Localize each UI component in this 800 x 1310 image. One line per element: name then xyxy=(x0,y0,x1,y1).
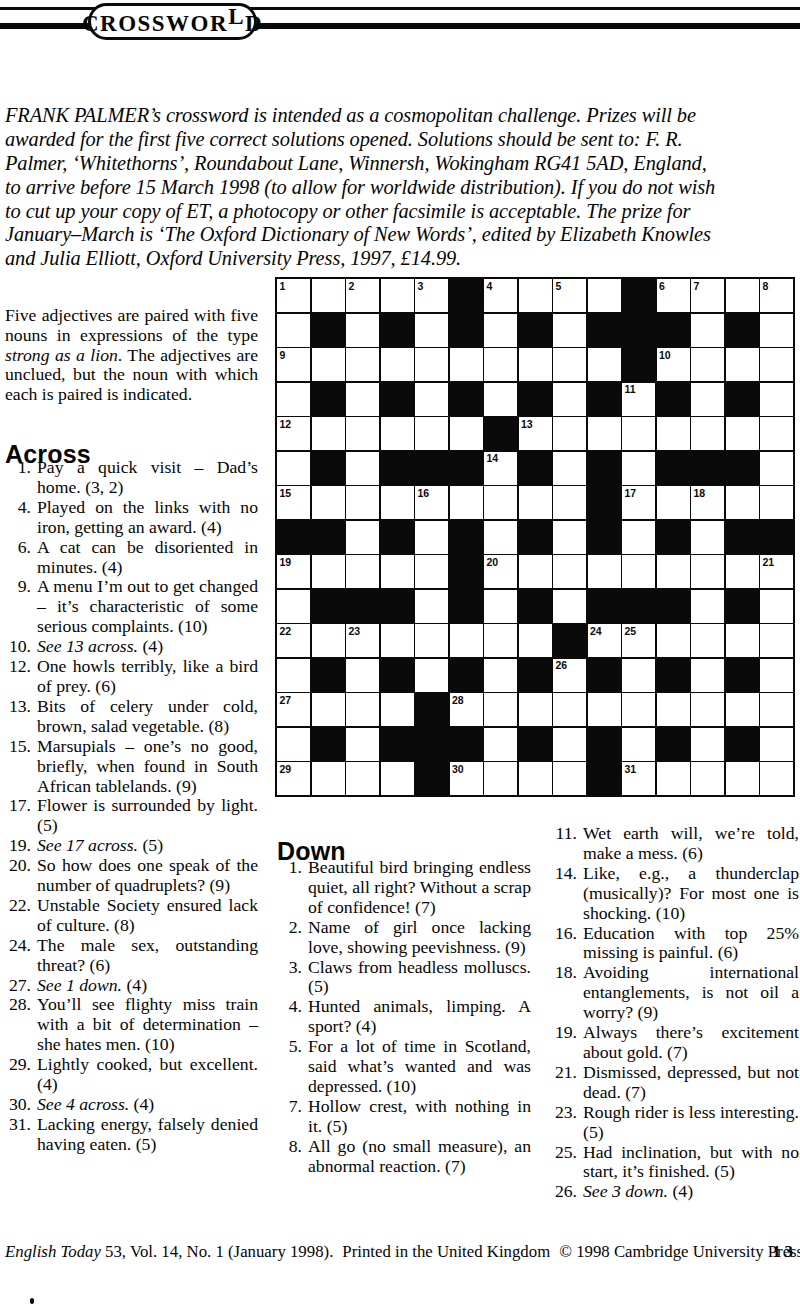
clue-number: 21. xyxy=(549,1063,577,1083)
grid-cell-r3c15[interactable] xyxy=(760,348,793,381)
cell-number: 23 xyxy=(349,626,361,637)
grid-cell-r8c7[interactable] xyxy=(484,521,517,554)
clue-text: For a lot of time in Scotland, said what… xyxy=(277,1037,531,1097)
grid-cell-r3c13[interactable] xyxy=(691,348,724,381)
grid-cell-r14c5 xyxy=(415,728,448,761)
clue-text: Name of girl once lacking love, showing … xyxy=(277,918,531,958)
grid-cell-r11c8[interactable] xyxy=(519,624,552,657)
clue-number: 7. xyxy=(277,1097,302,1117)
grid-cell-r7c11[interactable]: 17 xyxy=(622,486,655,519)
grid-cell-r10c14 xyxy=(726,590,759,623)
clue-text: Pay a quick visit – Dad’s home. (3, 2) xyxy=(5,458,258,498)
grid-cell-r1c3[interactable]: 2 xyxy=(346,279,379,312)
grid-cell-r5c9[interactable] xyxy=(553,417,586,450)
grid-cell-r15c13[interactable] xyxy=(691,762,724,795)
grid-cell-r13c10[interactable] xyxy=(588,693,621,726)
grid-cell-r10c9[interactable] xyxy=(553,590,586,623)
grid-cell-r4c9[interactable] xyxy=(553,383,586,416)
cell-number: 19 xyxy=(280,557,292,568)
grid-cell-r3c6[interactable] xyxy=(450,348,483,381)
grid-cell-r9c5[interactable] xyxy=(415,555,448,588)
grid-cell-r3c7[interactable] xyxy=(484,348,517,381)
footer-volume-info: 53, Vol. 14, No. 1 (January 1998). xyxy=(101,1242,333,1261)
grid-cell-r3c3[interactable] xyxy=(346,348,379,381)
cell-number: 26 xyxy=(556,660,568,671)
grid-cell-r4c11[interactable]: 11 xyxy=(622,383,655,416)
grid-cell-r14c13[interactable] xyxy=(691,728,724,761)
clue-text: All go (no small measure), an abnormal r… xyxy=(277,1137,531,1177)
grid-cell-r11c2[interactable] xyxy=(312,624,345,657)
grid-cell-r12c12 xyxy=(657,659,690,692)
grid-cell-r12c4 xyxy=(381,659,414,692)
grid-cell-r13c1[interactable]: 27 xyxy=(277,693,310,726)
grid-cell-r14c15[interactable] xyxy=(760,728,793,761)
grid-cell-r6c12 xyxy=(657,452,690,485)
grid-cell-r4c10 xyxy=(588,383,621,416)
grid-cell-r11c5[interactable] xyxy=(415,624,448,657)
cell-number: 14 xyxy=(487,453,499,464)
clue-number: 18. xyxy=(549,963,577,983)
cell-number: 8 xyxy=(763,281,769,292)
down-clue-25: 25.Had inclination, but with no start, i… xyxy=(549,1143,799,1183)
down-clue-3: 3.Claws from headless mol­luscs. (5) xyxy=(277,958,531,998)
grid-cell-r7c12[interactable] xyxy=(657,486,690,519)
grid-cell-r10c12 xyxy=(657,590,690,623)
grid-cell-r9c7[interactable]: 20 xyxy=(484,555,517,588)
title-raised-letter: L xyxy=(228,4,245,29)
cell-number: 5 xyxy=(556,281,562,292)
grid-cell-r13c9[interactable] xyxy=(553,693,586,726)
grid-cell-r6c5 xyxy=(415,452,448,485)
clue-text: Claws from headless mol­luscs. (5) xyxy=(277,958,531,998)
grid-cell-r15c6[interactable]: 30 xyxy=(450,762,483,795)
grid-cell-r8c4 xyxy=(381,521,414,554)
grid-cell-r8c11[interactable] xyxy=(622,521,655,554)
grid-cell-r15c12[interactable] xyxy=(657,762,690,795)
across-clue-20: 20.So how does one speak of the number o… xyxy=(5,856,258,896)
note-italic-phrase: strong as a lion xyxy=(5,345,118,365)
down-clue-14: 14.Like, e.g., a thunderclap (musically)… xyxy=(549,864,799,924)
grid-cell-r1c9[interactable]: 5 xyxy=(553,279,586,312)
cell-number: 27 xyxy=(280,695,292,706)
cell-number: 2 xyxy=(349,281,355,292)
grid-cell-r10c15[interactable] xyxy=(760,590,793,623)
cell-number: 3 xyxy=(418,281,424,292)
grid-cell-r9c14[interactable] xyxy=(726,555,759,588)
grid-cell-r6c11[interactable] xyxy=(622,452,655,485)
cell-number: 9 xyxy=(280,350,286,361)
cell-number: 25 xyxy=(625,626,637,637)
down-clue-11: 11.Wet earth will, we’re told, make a me… xyxy=(549,824,799,864)
grid-cell-r13c15[interactable] xyxy=(760,693,793,726)
clue-number: 3. xyxy=(277,958,302,978)
grid-cell-r15c9[interactable] xyxy=(553,762,586,795)
grid-cell-r2c9[interactable] xyxy=(553,314,586,347)
grid-cell-r10c1[interactable] xyxy=(277,590,310,623)
clue-number: 19. xyxy=(549,1023,577,1043)
clue-text: See 13 across. (4) xyxy=(5,637,258,657)
clue-number: 12. xyxy=(5,657,31,677)
grid-cell-r2c12 xyxy=(657,314,690,347)
grid-cell-r12c1[interactable] xyxy=(277,659,310,692)
grid-cell-r5c10[interactable] xyxy=(588,417,621,450)
clue-text: The male sex, outstanding threat? (6) xyxy=(5,936,258,976)
grid-cell-r4c13[interactable] xyxy=(691,383,724,416)
grid-cell-r1c5[interactable]: 3 xyxy=(415,279,448,312)
grid-cell-r7c1[interactable]: 15 xyxy=(277,486,310,519)
grid-cell-r4c2 xyxy=(312,383,345,416)
grid-cell-r12c13[interactable] xyxy=(691,659,724,692)
grid-cell-r12c9[interactable]: 26 xyxy=(553,659,586,692)
grid-cell-r6c7[interactable]: 14 xyxy=(484,452,517,485)
grid-cell-r10c7[interactable] xyxy=(484,590,517,623)
grid-cell-r15c7[interactable] xyxy=(484,762,517,795)
grid-cell-r5c2[interactable] xyxy=(312,417,345,450)
grid-cell-r4c7[interactable] xyxy=(484,383,517,416)
grid-cell-r15c8[interactable] xyxy=(519,762,552,795)
across-clue-27: 27.See 1 down. (4) xyxy=(5,976,258,996)
grid-cell-r7c3[interactable] xyxy=(346,486,379,519)
grid-cell-r14c9[interactable] xyxy=(553,728,586,761)
grid-cell-r11c15[interactable] xyxy=(760,624,793,657)
clue-number: 1. xyxy=(5,458,31,478)
crossword-grid: 1234567891011121314151617181920212223242… xyxy=(275,277,795,797)
cell-number: 7 xyxy=(694,281,700,292)
clue-number: 17. xyxy=(5,796,31,816)
grid-cell-r3c9[interactable] xyxy=(553,348,586,381)
grid-cell-r15c4[interactable] xyxy=(381,762,414,795)
grid-cell-r11c13[interactable] xyxy=(691,624,724,657)
across-clue-list: 1.Pay a quick visit – Dad’s home. (3, 2)… xyxy=(5,458,258,1155)
grid-cell-r7c14[interactable] xyxy=(726,486,759,519)
grid-cell-r5c4[interactable] xyxy=(381,417,414,450)
grid-cell-r12c11[interactable] xyxy=(622,659,655,692)
grid-cell-r10c13[interactable] xyxy=(691,590,724,623)
clue-text: A cat can be disoriented in minutes. (4) xyxy=(5,538,258,578)
grid-cell-r2c15[interactable] xyxy=(760,314,793,347)
intro-paragraph: FRANK PALMER’s crossword is intended as … xyxy=(5,104,717,271)
grid-cell-r1c7[interactable]: 4 xyxy=(484,279,517,312)
grid-cell-r12c6 xyxy=(450,659,483,692)
grid-cell-r9c8[interactable] xyxy=(519,555,552,588)
grid-cell-r9c3[interactable] xyxy=(346,555,379,588)
clue-text: See 17 across. (5) xyxy=(5,836,258,856)
grid-cell-r5c11[interactable] xyxy=(622,417,655,450)
across-clue-17: 17.Flower is surrounded by light. (5) xyxy=(5,796,258,836)
title-segment: D xyxy=(245,11,263,36)
clue-text: So how does one speak of the number of q… xyxy=(5,856,258,896)
grid-cell-r12c3[interactable] xyxy=(346,659,379,692)
clue-text: Played on the links with no iron, gettin… xyxy=(5,498,258,538)
grid-cell-r13c11[interactable] xyxy=(622,693,655,726)
scan-artifact-dot xyxy=(30,1298,34,1304)
page-number: 13 xyxy=(772,1241,797,1262)
grid-cell-r3c1[interactable]: 9 xyxy=(277,348,310,381)
across-clue-28: 28.You’ll see flighty miss train with a … xyxy=(5,995,258,1055)
grid-cell-r12c7[interactable] xyxy=(484,659,517,692)
grid-cell-r8c5[interactable] xyxy=(415,521,448,554)
across-clue-29: 29.Lightly cooked, but excel­lent. (4) xyxy=(5,1055,258,1095)
grid-cell-r6c9[interactable] xyxy=(553,452,586,485)
grid-cell-r14c3[interactable] xyxy=(346,728,379,761)
clue-number: 31. xyxy=(5,1115,31,1135)
grid-cell-r14c1[interactable] xyxy=(277,728,310,761)
grid-cell-r4c1[interactable] xyxy=(277,383,310,416)
clue-number: 26. xyxy=(549,1182,577,1202)
journal-title: English Today xyxy=(5,1242,101,1261)
across-clue-30: 30.See 4 across. (4) xyxy=(5,1095,258,1115)
grid-cell-r11c12[interactable] xyxy=(657,624,690,657)
grid-cell-r12c15[interactable] xyxy=(760,659,793,692)
grid-cell-r2c13[interactable] xyxy=(691,314,724,347)
grid-cell-r6c1[interactable] xyxy=(277,452,310,485)
cell-number: 28 xyxy=(452,695,464,706)
grid-cell-r5c5[interactable] xyxy=(415,417,448,450)
grid-cell-r5c7 xyxy=(484,417,517,450)
grid-cell-r13c4[interactable] xyxy=(381,693,414,726)
grid-cell-r9c15[interactable]: 21 xyxy=(760,555,793,588)
grid-cell-r9c9[interactable] xyxy=(553,555,586,588)
grid-cell-r4c4 xyxy=(381,383,414,416)
clue-number: 2. xyxy=(277,918,302,938)
grid-cell-r3c12[interactable]: 10 xyxy=(657,348,690,381)
cell-number: 13 xyxy=(521,419,533,430)
grid-cell-r13c6[interactable]: 28 xyxy=(450,693,483,726)
clue-number: 28. xyxy=(5,995,31,1015)
grid-cell-r8c3[interactable] xyxy=(346,521,379,554)
cell-number: 24 xyxy=(590,626,602,637)
grid-cell-r4c15[interactable] xyxy=(760,383,793,416)
grid-cell-r12c8 xyxy=(519,659,552,692)
cell-number: 4 xyxy=(487,281,493,292)
grid-cell-r2c14 xyxy=(726,314,759,347)
grid-cell-r13c12[interactable] xyxy=(657,693,690,726)
grid-cell-r11c7[interactable] xyxy=(484,624,517,657)
grid-cell-r14c8 xyxy=(519,728,552,761)
grid-cell-r1c1[interactable]: 1 xyxy=(277,279,310,312)
grid-cell-r3c8[interactable] xyxy=(519,348,552,381)
grid-cell-r15c15[interactable] xyxy=(760,762,793,795)
grid-cell-r1c10[interactable] xyxy=(588,279,621,312)
grid-cell-r7c6[interactable] xyxy=(450,486,483,519)
down-clue-26: 26.See 3 down. (4) xyxy=(549,1182,799,1202)
clue-number: 8. xyxy=(277,1137,302,1157)
grid-cell-r5c1[interactable]: 12 xyxy=(277,417,310,450)
grid-cell-r1c14[interactable] xyxy=(726,279,759,312)
grid-cell-r6c3[interactable] xyxy=(346,452,379,485)
clue-number: 4. xyxy=(5,498,31,518)
grid-cell-r11c1[interactable]: 22 xyxy=(277,624,310,657)
grid-cell-r13c13[interactable] xyxy=(691,693,724,726)
grid-cell-r7c15[interactable] xyxy=(760,486,793,519)
grid-cell-r7c2[interactable] xyxy=(312,486,345,519)
grid-cell-r5c15[interactable] xyxy=(760,417,793,450)
down-clue-23: 23.Rough rider is less interest­ing. (5) xyxy=(549,1103,799,1143)
down-clue-21: 21.Dismissed, depressed, but not dead. (… xyxy=(549,1063,799,1103)
grid-cell-r14c7[interactable] xyxy=(484,728,517,761)
clue-number: 13. xyxy=(5,697,31,717)
grid-cell-r5c8[interactable]: 13 xyxy=(519,417,552,450)
grid-cell-r9c10[interactable] xyxy=(588,555,621,588)
grid-cell-r9c1[interactable]: 19 xyxy=(277,555,310,588)
grid-cell-r11c10[interactable]: 24 xyxy=(588,624,621,657)
clue-text: Unstable Society ensured lack of culture… xyxy=(5,896,258,936)
grid-cell-r3c2[interactable] xyxy=(312,348,345,381)
grid-cell-r9c11[interactable] xyxy=(622,555,655,588)
across-clue-1: 1.Pay a quick visit – Dad’s home. (3, 2) xyxy=(5,458,258,498)
across-clue-19: 19.See 17 across. (5) xyxy=(5,836,258,856)
grid-cell-r1c12[interactable]: 6 xyxy=(657,279,690,312)
grid-cell-r10c11 xyxy=(622,590,655,623)
grid-cell-r5c14[interactable] xyxy=(726,417,759,450)
clue-text: Hunted animals, limping. A sport? (4) xyxy=(277,997,531,1037)
grid-cell-r9c12[interactable] xyxy=(657,555,690,588)
down-clue-18: 18.Avoiding international entanglements,… xyxy=(549,963,799,1023)
grid-cell-r5c3[interactable] xyxy=(346,417,379,450)
grid-cell-r13c8[interactable] xyxy=(519,693,552,726)
grid-cell-r9c13[interactable] xyxy=(691,555,724,588)
grid-cell-r15c14[interactable] xyxy=(726,762,759,795)
pairing-note: Five adjectives are paired with five nou… xyxy=(5,306,258,406)
grid-cell-r15c3[interactable] xyxy=(346,762,379,795)
grid-cell-r14c11[interactable] xyxy=(622,728,655,761)
page-footer: English Today 53, Vol. 14, No. 1 (Januar… xyxy=(5,1241,795,1262)
down-clue-4: 4.Hunted animals, limping. A sport? (4) xyxy=(277,997,531,1037)
grid-cell-r14c12 xyxy=(657,728,690,761)
grid-cell-r3c14[interactable] xyxy=(726,348,759,381)
grid-cell-r11c14[interactable] xyxy=(726,624,759,657)
grid-cell-r14c4 xyxy=(381,728,414,761)
page-title: CROSSWORLD xyxy=(82,9,263,35)
grid-cell-r2c3[interactable] xyxy=(346,314,379,347)
cell-number: 16 xyxy=(418,488,430,499)
grid-cell-r6c15[interactable] xyxy=(760,452,793,485)
grid-cell-r15c1[interactable]: 29 xyxy=(277,762,310,795)
down-clue-1: 1.Beautiful bird bringing end­less quiet… xyxy=(277,858,531,918)
grid-cell-r6c14 xyxy=(726,452,759,485)
clue-text: See 3 down. (4) xyxy=(549,1182,799,1202)
grid-cell-r13c5 xyxy=(415,693,448,726)
grid-cell-r9c4[interactable] xyxy=(381,555,414,588)
grid-cell-r11c3[interactable]: 23 xyxy=(346,624,379,657)
grid-cell-r11c4[interactable] xyxy=(381,624,414,657)
grid-cell-r13c2[interactable] xyxy=(312,693,345,726)
clue-text: Hollow crest, with nothing in it. (5) xyxy=(277,1097,531,1137)
grid-cell-r4c5[interactable] xyxy=(415,383,448,416)
across-clue-9: 9.A menu I’m out to get changed – it’s c… xyxy=(5,577,258,637)
grid-cell-r2c5[interactable] xyxy=(415,314,448,347)
clue-number: 24. xyxy=(5,936,31,956)
grid-cell-r10c5[interactable] xyxy=(415,590,448,623)
grid-cell-r7c7[interactable] xyxy=(484,486,517,519)
grid-cell-r5c6[interactable] xyxy=(450,417,483,450)
clue-number: 9. xyxy=(5,577,31,597)
grid-cell-r12c14 xyxy=(726,659,759,692)
grid-cell-r7c9[interactable] xyxy=(553,486,586,519)
clue-number: 6. xyxy=(5,538,31,558)
grid-cell-r1c13[interactable]: 7 xyxy=(691,279,724,312)
grid-cell-r1c6 xyxy=(450,279,483,312)
grid-cell-r3c5[interactable] xyxy=(415,348,448,381)
grid-cell-r6c2 xyxy=(312,452,345,485)
grid-cell-r15c10 xyxy=(588,762,621,795)
grid-cell-r2c1[interactable] xyxy=(277,314,310,347)
cell-number: 29 xyxy=(280,764,292,775)
clue-text: Lightly cooked, but excel­lent. (4) xyxy=(5,1055,258,1095)
grid-cell-r15c11[interactable]: 31 xyxy=(622,762,655,795)
grid-cell-r8c9[interactable] xyxy=(553,521,586,554)
cell-number: 21 xyxy=(763,557,775,568)
grid-cell-r8c12 xyxy=(657,521,690,554)
grid-cell-r4c3[interactable] xyxy=(346,383,379,416)
grid-cell-r2c2 xyxy=(312,314,345,347)
clue-text: Education with top 25% missing is painfu… xyxy=(549,924,799,964)
grid-cell-r12c10 xyxy=(588,659,621,692)
across-clue-13: 13.Bits of celery under cold, brown, sal… xyxy=(5,697,258,737)
grid-cell-r7c13[interactable]: 18 xyxy=(691,486,724,519)
cell-number: 18 xyxy=(694,488,706,499)
grid-cell-r1c15[interactable]: 8 xyxy=(760,279,793,312)
grid-cell-r11c11[interactable]: 25 xyxy=(622,624,655,657)
cell-number: 6 xyxy=(659,281,665,292)
grid-cell-r2c7[interactable] xyxy=(484,314,517,347)
grid-cell-r2c11 xyxy=(622,314,655,347)
grid-cell-r5c13[interactable] xyxy=(691,417,724,450)
grid-cell-r14c14 xyxy=(726,728,759,761)
grid-cell-r13c14[interactable] xyxy=(726,693,759,726)
grid-cell-r7c4[interactable] xyxy=(381,486,414,519)
clue-text: You’ll see flighty miss train with a bit… xyxy=(5,995,258,1055)
grid-cell-r10c10 xyxy=(588,590,621,623)
clue-text: Avoiding international entanglements, is… xyxy=(549,963,799,1023)
grid-cell-r1c4[interactable] xyxy=(381,279,414,312)
grid-cell-r4c14 xyxy=(726,383,759,416)
grid-cell-r1c11 xyxy=(622,279,655,312)
grid-cell-r7c8[interactable] xyxy=(519,486,552,519)
grid-cell-r7c10 xyxy=(588,486,621,519)
grid-cell-r4c6 xyxy=(450,383,483,416)
grid-cell-r9c2[interactable] xyxy=(312,555,345,588)
grid-cell-r7c5[interactable]: 16 xyxy=(415,486,448,519)
grid-cell-r3c4[interactable] xyxy=(381,348,414,381)
grid-cell-r12c5[interactable] xyxy=(415,659,448,692)
grid-cell-r1c8[interactable] xyxy=(519,279,552,312)
grid-cell-r3c10[interactable] xyxy=(588,348,621,381)
grid-cell-r8c14 xyxy=(726,521,759,554)
grid-cell-r13c3[interactable] xyxy=(346,693,379,726)
crossworld-badge: CROSSWORLD xyxy=(88,3,257,40)
clue-number: 1. xyxy=(277,858,302,878)
clue-number: 16. xyxy=(549,924,577,944)
grid-cell-r8c13[interactable] xyxy=(691,521,724,554)
grid-cell-r15c2[interactable] xyxy=(312,762,345,795)
grid-cell-r14c2 xyxy=(312,728,345,761)
footer-copyright: © 1998 Cambridge University Press xyxy=(559,1242,800,1261)
clue-text: Like, e.g., a thunderclap (musically)? F… xyxy=(549,864,799,924)
grid-cell-r8c2 xyxy=(312,521,345,554)
grid-cell-r13c7[interactable] xyxy=(484,693,517,726)
grid-cell-r3c11 xyxy=(622,348,655,381)
down-clue-16: 16.Education with top 25% missing is pai… xyxy=(549,924,799,964)
grid-cell-r5c12[interactable] xyxy=(657,417,690,450)
clue-text: See 1 down. (4) xyxy=(5,976,258,996)
down-clue-list-col1: 1.Beautiful bird bringing end­less quiet… xyxy=(277,858,531,1177)
grid-cell-r11c6[interactable] xyxy=(450,624,483,657)
grid-cell-r1c2[interactable] xyxy=(312,279,345,312)
cell-number: 30 xyxy=(452,764,464,775)
grid-cell-r14c6 xyxy=(450,728,483,761)
down-clue-2: 2.Name of girl once lacking love, showin… xyxy=(277,918,531,958)
